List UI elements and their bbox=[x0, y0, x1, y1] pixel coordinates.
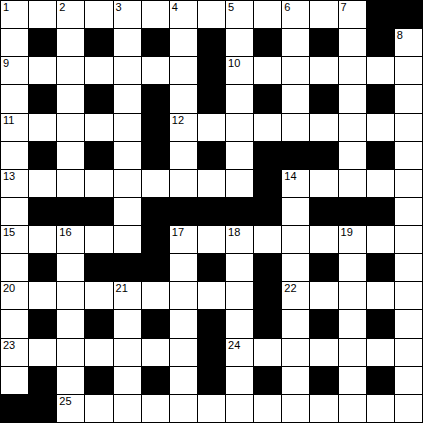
block-cell-r5-c7 bbox=[198, 142, 225, 169]
clue-number-9: 9 bbox=[3, 57, 9, 69]
letter-cell-r8-c10[interactable] bbox=[282, 226, 309, 253]
letter-cell-r2-c14[interactable] bbox=[395, 57, 422, 84]
letter-cell-r13-c12[interactable] bbox=[339, 367, 366, 394]
letter-cell-r14-c5[interactable] bbox=[142, 395, 169, 422]
letter-cell-r14-c11[interactable] bbox=[310, 395, 337, 422]
letter-cell-r4-c3[interactable] bbox=[85, 114, 112, 141]
block-cell-r5-c11 bbox=[310, 142, 337, 169]
letter-cell-r7-c4[interactable] bbox=[114, 198, 141, 225]
clue-number-14: 14 bbox=[284, 170, 296, 182]
letter-cell-r3-c4[interactable] bbox=[114, 85, 141, 112]
block-cell-r11-c7 bbox=[198, 310, 225, 337]
letter-cell-r1-c0[interactable] bbox=[1, 29, 28, 56]
block-cell-r4-c5 bbox=[142, 114, 169, 141]
block-cell-r11-c13 bbox=[367, 310, 394, 337]
clue-number-3: 3 bbox=[116, 1, 122, 13]
block-cell-r0-c13 bbox=[367, 1, 394, 28]
block-cell-r9-c1 bbox=[29, 254, 56, 281]
letter-cell-r2-c2[interactable] bbox=[57, 57, 84, 84]
letter-cell-r1-c10[interactable] bbox=[282, 29, 309, 56]
letter-cell-r7-c10[interactable] bbox=[282, 198, 309, 225]
letter-cell-r0-c2[interactable]: 2 bbox=[57, 1, 84, 28]
letter-cell-r6-c10[interactable]: 14 bbox=[282, 170, 309, 197]
clue-number-10: 10 bbox=[228, 57, 240, 69]
clue-number-4: 4 bbox=[172, 1, 178, 13]
block-cell-r1-c13 bbox=[367, 29, 394, 56]
clue-number-24: 24 bbox=[228, 339, 240, 351]
letter-cell-r6-c12[interactable] bbox=[339, 170, 366, 197]
letter-cell-r0-c6[interactable]: 4 bbox=[170, 1, 197, 28]
letter-cell-r10-c3[interactable] bbox=[85, 282, 112, 309]
letter-cell-r9-c14[interactable] bbox=[395, 254, 422, 281]
letter-cell-r10-c1[interactable] bbox=[29, 282, 56, 309]
letter-cell-r0-c4[interactable]: 3 bbox=[114, 1, 141, 28]
letter-cell-r9-c12[interactable] bbox=[339, 254, 366, 281]
letter-cell-r4-c0[interactable]: 11 bbox=[1, 114, 28, 141]
block-cell-r3-c1 bbox=[29, 85, 56, 112]
clue-number-17: 17 bbox=[172, 226, 184, 238]
letter-cell-r11-c12[interactable] bbox=[339, 310, 366, 337]
letter-cell-r1-c2[interactable] bbox=[57, 29, 84, 56]
block-cell-r7-c13 bbox=[367, 198, 394, 225]
block-cell-r9-c13 bbox=[367, 254, 394, 281]
clue-number-21: 21 bbox=[116, 282, 128, 294]
letter-cell-r8-c4[interactable] bbox=[114, 226, 141, 253]
letter-cell-r9-c0[interactable] bbox=[1, 254, 28, 281]
letter-cell-r6-c7[interactable] bbox=[198, 170, 225, 197]
letter-cell-r12-c10[interactable] bbox=[282, 339, 309, 366]
block-cell-r1-c7 bbox=[198, 29, 225, 56]
letter-cell-r0-c8[interactable]: 5 bbox=[226, 1, 253, 28]
clue-number-18: 18 bbox=[228, 226, 240, 238]
letter-cell-r12-c2[interactable] bbox=[57, 339, 84, 366]
letter-cell-r13-c6[interactable] bbox=[170, 367, 197, 394]
letter-cell-r6-c6[interactable] bbox=[170, 170, 197, 197]
letter-cell-r9-c6[interactable] bbox=[170, 254, 197, 281]
letter-cell-r13-c10[interactable] bbox=[282, 367, 309, 394]
letter-cell-r2-c1[interactable] bbox=[29, 57, 56, 84]
letter-cell-r6-c4[interactable] bbox=[114, 170, 141, 197]
letter-cell-r5-c2[interactable] bbox=[57, 142, 84, 169]
letter-cell-r8-c9[interactable] bbox=[254, 226, 281, 253]
letter-cell-r5-c8[interactable] bbox=[226, 142, 253, 169]
block-cell-r7-c6 bbox=[170, 198, 197, 225]
block-cell-r5-c9 bbox=[254, 142, 281, 169]
letter-cell-r14-c12[interactable] bbox=[339, 395, 366, 422]
letter-cell-r10-c2[interactable] bbox=[57, 282, 84, 309]
letter-cell-r0-c9[interactable] bbox=[254, 1, 281, 28]
letter-cell-r14-c4[interactable] bbox=[114, 395, 141, 422]
letter-cell-r11-c4[interactable] bbox=[114, 310, 141, 337]
letter-cell-r13-c14[interactable] bbox=[395, 367, 422, 394]
letter-cell-r0-c10[interactable]: 6 bbox=[282, 1, 309, 28]
clue-number-16: 16 bbox=[59, 226, 71, 238]
letter-cell-r6-c13[interactable] bbox=[367, 170, 394, 197]
letter-cell-r10-c8[interactable] bbox=[226, 282, 253, 309]
letter-cell-r4-c4[interactable] bbox=[114, 114, 141, 141]
letter-cell-r14-c7[interactable] bbox=[198, 395, 225, 422]
letter-cell-r10-c11[interactable] bbox=[310, 282, 337, 309]
letter-cell-r10-c0[interactable]: 20 bbox=[1, 282, 28, 309]
block-cell-r7-c1 bbox=[29, 198, 56, 225]
letter-cell-r5-c12[interactable] bbox=[339, 142, 366, 169]
block-cell-r5-c1 bbox=[29, 142, 56, 169]
letter-cell-r4-c12[interactable] bbox=[339, 114, 366, 141]
clue-number-15: 15 bbox=[3, 226, 15, 238]
letter-cell-r7-c0[interactable] bbox=[1, 198, 28, 225]
letter-cell-r9-c10[interactable] bbox=[282, 254, 309, 281]
letter-cell-r5-c4[interactable] bbox=[114, 142, 141, 169]
block-cell-r5-c13 bbox=[367, 142, 394, 169]
letter-cell-r8-c2[interactable]: 16 bbox=[57, 226, 84, 253]
block-cell-r3-c13 bbox=[367, 85, 394, 112]
letter-cell-r2-c3[interactable] bbox=[85, 57, 112, 84]
block-cell-r3-c3 bbox=[85, 85, 112, 112]
letter-cell-r12-c0[interactable]: 23 bbox=[1, 339, 28, 366]
letter-cell-r12-c11[interactable] bbox=[310, 339, 337, 366]
block-cell-r9-c5 bbox=[142, 254, 169, 281]
block-cell-r1-c11 bbox=[310, 29, 337, 56]
block-cell-r5-c10 bbox=[282, 142, 309, 169]
letter-cell-r1-c12[interactable] bbox=[339, 29, 366, 56]
letter-cell-r12-c6[interactable] bbox=[170, 339, 197, 366]
block-cell-r7-c7 bbox=[198, 198, 225, 225]
letter-cell-r4-c1[interactable] bbox=[29, 114, 56, 141]
letter-cell-r10-c13[interactable] bbox=[367, 282, 394, 309]
letter-cell-r5-c14[interactable] bbox=[395, 142, 422, 169]
block-cell-r9-c9 bbox=[254, 254, 281, 281]
letter-cell-r1-c8[interactable] bbox=[226, 29, 253, 56]
block-cell-r0-c14 bbox=[395, 1, 422, 28]
block-cell-r5-c3 bbox=[85, 142, 112, 169]
letter-cell-r2-c4[interactable] bbox=[114, 57, 141, 84]
block-cell-r11-c11 bbox=[310, 310, 337, 337]
block-cell-r1-c3 bbox=[85, 29, 112, 56]
clue-number-12: 12 bbox=[172, 114, 184, 126]
block-cell-r13-c7 bbox=[198, 367, 225, 394]
letter-cell-r4-c9[interactable] bbox=[254, 114, 281, 141]
clue-number-13: 13 bbox=[3, 170, 15, 182]
block-cell-r3-c11 bbox=[310, 85, 337, 112]
block-cell-r1-c5 bbox=[142, 29, 169, 56]
block-cell-r3-c5 bbox=[142, 85, 169, 112]
letter-cell-r4-c2[interactable] bbox=[57, 114, 84, 141]
letter-cell-r8-c3[interactable] bbox=[85, 226, 112, 253]
letter-cell-r5-c0[interactable] bbox=[1, 142, 28, 169]
letter-cell-r4-c7[interactable] bbox=[198, 114, 225, 141]
letter-cell-r8-c13[interactable] bbox=[367, 226, 394, 253]
block-cell-r12-c7 bbox=[198, 339, 225, 366]
letter-cell-r6-c11[interactable] bbox=[310, 170, 337, 197]
block-cell-r11-c3 bbox=[85, 310, 112, 337]
clue-number-6: 6 bbox=[284, 1, 290, 13]
letter-cell-r11-c8[interactable] bbox=[226, 310, 253, 337]
letter-cell-r10-c4[interactable]: 21 bbox=[114, 282, 141, 309]
letter-cell-r10-c10[interactable]: 22 bbox=[282, 282, 309, 309]
letter-cell-r8-c1[interactable] bbox=[29, 226, 56, 253]
letter-cell-r0-c5[interactable] bbox=[142, 1, 169, 28]
letter-cell-r10-c6[interactable] bbox=[170, 282, 197, 309]
block-cell-r6-c9 bbox=[254, 170, 281, 197]
letter-cell-r6-c2[interactable] bbox=[57, 170, 84, 197]
letter-cell-r10-c14[interactable] bbox=[395, 282, 422, 309]
letter-cell-r0-c1[interactable] bbox=[29, 1, 56, 28]
clue-number-25: 25 bbox=[59, 395, 71, 407]
block-cell-r3-c7 bbox=[198, 85, 225, 112]
letter-cell-r3-c8[interactable] bbox=[226, 85, 253, 112]
letter-cell-r2-c9[interactable] bbox=[254, 57, 281, 84]
letter-cell-r12-c8[interactable]: 24 bbox=[226, 339, 253, 366]
letter-cell-r13-c8[interactable] bbox=[226, 367, 253, 394]
letter-cell-r4-c10[interactable] bbox=[282, 114, 309, 141]
letter-cell-r1-c6[interactable] bbox=[170, 29, 197, 56]
block-cell-r9-c11 bbox=[310, 254, 337, 281]
letter-cell-r0-c12[interactable]: 7 bbox=[339, 1, 366, 28]
letter-cell-r2-c0[interactable]: 9 bbox=[1, 57, 28, 84]
block-cell-r14-c1 bbox=[29, 395, 56, 422]
crossword-board: 1234567891011121314151617181920212223242… bbox=[0, 0, 423, 423]
letter-cell-r8-c11[interactable] bbox=[310, 226, 337, 253]
letter-cell-r14-c10[interactable] bbox=[282, 395, 309, 422]
letter-cell-r11-c2[interactable] bbox=[57, 310, 84, 337]
letter-cell-r6-c8[interactable] bbox=[226, 170, 253, 197]
block-cell-r7-c12 bbox=[339, 198, 366, 225]
letter-cell-r14-c14[interactable] bbox=[395, 395, 422, 422]
letter-cell-r8-c6[interactable]: 17 bbox=[170, 226, 197, 253]
letter-cell-r6-c5[interactable] bbox=[142, 170, 169, 197]
letter-cell-r14-c3[interactable] bbox=[85, 395, 112, 422]
letter-cell-r12-c13[interactable] bbox=[367, 339, 394, 366]
clue-number-2: 2 bbox=[59, 1, 65, 13]
block-cell-r11-c5 bbox=[142, 310, 169, 337]
letter-cell-r13-c4[interactable] bbox=[114, 367, 141, 394]
block-cell-r13-c9 bbox=[254, 367, 281, 394]
letter-cell-r14-c9[interactable] bbox=[254, 395, 281, 422]
letter-cell-r9-c8[interactable] bbox=[226, 254, 253, 281]
letter-cell-r3-c12[interactable] bbox=[339, 85, 366, 112]
letter-cell-r8-c12[interactable]: 19 bbox=[339, 226, 366, 253]
letter-cell-r12-c14[interactable] bbox=[395, 339, 422, 366]
letter-cell-r12-c3[interactable] bbox=[85, 339, 112, 366]
letter-cell-r8-c7[interactable] bbox=[198, 226, 225, 253]
letter-cell-r9-c2[interactable] bbox=[57, 254, 84, 281]
letter-cell-r12-c12[interactable] bbox=[339, 339, 366, 366]
letter-cell-r3-c2[interactable] bbox=[57, 85, 84, 112]
letter-cell-r13-c2[interactable] bbox=[57, 367, 84, 394]
block-cell-r13-c13 bbox=[367, 367, 394, 394]
letter-cell-r0-c0[interactable]: 1 bbox=[1, 1, 28, 28]
clue-number-22: 22 bbox=[284, 282, 296, 294]
letter-cell-r4-c8[interactable] bbox=[226, 114, 253, 141]
block-cell-r7-c9 bbox=[254, 198, 281, 225]
clue-number-7: 7 bbox=[341, 1, 347, 13]
letter-cell-r4-c14[interactable] bbox=[395, 114, 422, 141]
letter-cell-r6-c14[interactable] bbox=[395, 170, 422, 197]
letter-cell-r8-c14[interactable] bbox=[395, 226, 422, 253]
clue-number-19: 19 bbox=[341, 226, 353, 238]
clue-number-5: 5 bbox=[228, 1, 234, 13]
letter-cell-r12-c1[interactable] bbox=[29, 339, 56, 366]
block-cell-r7-c8 bbox=[226, 198, 253, 225]
letter-cell-r12-c9[interactable] bbox=[254, 339, 281, 366]
block-cell-r7-c2 bbox=[57, 198, 84, 225]
block-cell-r1-c1 bbox=[29, 29, 56, 56]
letter-cell-r12-c4[interactable] bbox=[114, 339, 141, 366]
letter-cell-r0-c3[interactable] bbox=[85, 1, 112, 28]
letter-cell-r4-c13[interactable] bbox=[367, 114, 394, 141]
letter-cell-r1-c14[interactable]: 8 bbox=[395, 29, 422, 56]
letter-cell-r3-c6[interactable] bbox=[170, 85, 197, 112]
letter-cell-r10-c12[interactable] bbox=[339, 282, 366, 309]
letter-cell-r8-c8[interactable]: 18 bbox=[226, 226, 253, 253]
letter-cell-r14-c13[interactable] bbox=[367, 395, 394, 422]
letter-cell-r4-c11[interactable] bbox=[310, 114, 337, 141]
block-cell-r13-c5 bbox=[142, 367, 169, 394]
letter-cell-r0-c11[interactable] bbox=[310, 1, 337, 28]
block-cell-r10-c9 bbox=[254, 282, 281, 309]
letter-cell-r12-c5[interactable] bbox=[142, 339, 169, 366]
letter-cell-r6-c1[interactable] bbox=[29, 170, 56, 197]
letter-cell-r2-c13[interactable] bbox=[367, 57, 394, 84]
block-cell-r2-c7 bbox=[198, 57, 225, 84]
letter-cell-r3-c14[interactable] bbox=[395, 85, 422, 112]
block-cell-r9-c7 bbox=[198, 254, 225, 281]
block-cell-r7-c5 bbox=[142, 198, 169, 225]
block-cell-r13-c11 bbox=[310, 367, 337, 394]
letter-cell-r1-c4[interactable] bbox=[114, 29, 141, 56]
clue-number-8: 8 bbox=[397, 29, 403, 41]
clue-number-11: 11 bbox=[3, 114, 14, 126]
letter-cell-r7-c14[interactable] bbox=[395, 198, 422, 225]
letter-cell-r14-c2[interactable]: 25 bbox=[57, 395, 84, 422]
block-cell-r7-c3 bbox=[85, 198, 112, 225]
letter-cell-r13-c0[interactable] bbox=[1, 367, 28, 394]
block-cell-r14-c0 bbox=[1, 395, 28, 422]
block-cell-r11-c1 bbox=[29, 310, 56, 337]
block-cell-r11-c9 bbox=[254, 310, 281, 337]
letter-cell-r10-c7[interactable] bbox=[198, 282, 225, 309]
letter-cell-r6-c3[interactable] bbox=[85, 170, 112, 197]
clue-number-20: 20 bbox=[3, 282, 15, 294]
letter-cell-r14-c6[interactable] bbox=[170, 395, 197, 422]
letter-cell-r11-c6[interactable] bbox=[170, 310, 197, 337]
letter-cell-r4-c6[interactable]: 12 bbox=[170, 114, 197, 141]
letter-cell-r2-c6[interactable] bbox=[170, 57, 197, 84]
block-cell-r13-c1 bbox=[29, 367, 56, 394]
letter-cell-r2-c5[interactable] bbox=[142, 57, 169, 84]
block-cell-r5-c5 bbox=[142, 142, 169, 169]
block-cell-r9-c4 bbox=[114, 254, 141, 281]
letter-cell-r3-c0[interactable] bbox=[1, 85, 28, 112]
block-cell-r3-c9 bbox=[254, 85, 281, 112]
block-cell-r1-c9 bbox=[254, 29, 281, 56]
letter-cell-r14-c8[interactable] bbox=[226, 395, 253, 422]
letter-cell-r10-c5[interactable] bbox=[142, 282, 169, 309]
letter-cell-r8-c0[interactable]: 15 bbox=[1, 226, 28, 253]
letter-cell-r3-c10[interactable] bbox=[282, 85, 309, 112]
letter-cell-r2-c12[interactable] bbox=[339, 57, 366, 84]
clue-number-1: 1 bbox=[3, 1, 9, 13]
block-cell-r8-c5 bbox=[142, 226, 169, 253]
letter-cell-r6-c0[interactable]: 13 bbox=[1, 170, 28, 197]
block-cell-r13-c3 bbox=[85, 367, 112, 394]
clue-number-23: 23 bbox=[3, 339, 15, 351]
block-cell-r7-c11 bbox=[310, 198, 337, 225]
letter-cell-r5-c6[interactable] bbox=[170, 142, 197, 169]
letter-cell-r11-c0[interactable] bbox=[1, 310, 28, 337]
letter-cell-r0-c7[interactable] bbox=[198, 1, 225, 28]
letter-cell-r11-c10[interactable] bbox=[282, 310, 309, 337]
letter-cell-r11-c14[interactable] bbox=[395, 310, 422, 337]
block-cell-r9-c3 bbox=[85, 254, 112, 281]
letter-cell-r2-c10[interactable] bbox=[282, 57, 309, 84]
letter-cell-r2-c8[interactable]: 10 bbox=[226, 57, 253, 84]
letter-cell-r2-c11[interactable] bbox=[310, 57, 337, 84]
